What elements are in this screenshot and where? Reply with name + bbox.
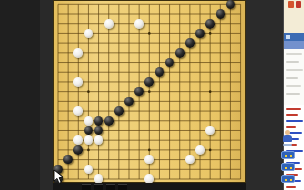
- black-stone[interactable]: [104, 116, 114, 126]
- white-stone[interactable]: [73, 77, 83, 87]
- white-stone[interactable]: [84, 116, 94, 126]
- left-gutter-strip: [40, 0, 53, 190]
- panel-title-bar[interactable]: [284, 33, 304, 41]
- black-stone[interactable]: [195, 29, 205, 39]
- panel-header-area: [284, 0, 304, 33]
- toolbar-button[interactable]: [82, 184, 91, 190]
- black-stone[interactable]: [155, 67, 165, 77]
- black-stone[interactable]: [216, 9, 226, 19]
- player-avatar[interactable]: [282, 130, 294, 148]
- toolbar-button[interactable]: [94, 184, 103, 190]
- toolbar-button[interactable]: [118, 184, 127, 190]
- right-window-sliver: [283, 0, 304, 190]
- black-stone[interactable]: [114, 106, 124, 116]
- panel-title-icon: [286, 35, 290, 39]
- list-text-line: [286, 53, 302, 55]
- black-stone[interactable]: [185, 38, 195, 48]
- black-stone[interactable]: [73, 145, 83, 155]
- chat-text-line: [286, 186, 296, 188]
- list-text-line: [286, 61, 299, 63]
- black-stone[interactable]: [144, 77, 154, 87]
- black-stone[interactable]: [94, 116, 104, 126]
- red-text-fragment: [288, 1, 294, 8]
- button-glyph: [290, 155, 292, 157]
- bottom-toolbar: [53, 183, 246, 190]
- button-glyph: [290, 167, 292, 169]
- blue-action-button[interactable]: [281, 175, 295, 183]
- white-stone[interactable]: [73, 106, 83, 116]
- go-board[interactable]: [53, 0, 246, 183]
- chat-text-line: [286, 126, 296, 128]
- white-stone[interactable]: [185, 155, 195, 165]
- app-window: [0, 0, 304, 190]
- blue-action-button[interactable]: [281, 151, 295, 159]
- avatar-body-icon: [283, 135, 292, 142]
- chat-text-line: [286, 120, 303, 122]
- list-text-line: [286, 77, 298, 79]
- white-stone[interactable]: [73, 48, 83, 58]
- button-glyph: [285, 155, 287, 157]
- white-stone[interactable]: [134, 19, 144, 29]
- player-list-area[interactable]: [284, 49, 304, 105]
- list-text-line: [286, 69, 303, 71]
- button-glyph: [285, 167, 287, 169]
- white-stone[interactable]: [195, 145, 205, 155]
- button-glyph: [290, 179, 292, 181]
- blue-action-button[interactable]: [281, 163, 295, 171]
- white-stone[interactable]: [205, 126, 215, 136]
- toolbar-button[interactable]: [106, 184, 115, 190]
- black-stone[interactable]: [175, 48, 185, 58]
- left-gutter-panel: [0, 0, 53, 190]
- white-stone[interactable]: [73, 135, 83, 145]
- chat-text-line: [286, 114, 298, 116]
- red-text-fragment: [296, 1, 301, 8]
- list-text-line: [286, 93, 300, 95]
- button-glyph: [285, 179, 287, 181]
- panel-tab-bar[interactable]: [284, 41, 304, 49]
- white-stone[interactable]: [104, 19, 114, 29]
- white-stone[interactable]: [84, 135, 94, 145]
- chat-text-line: [286, 108, 301, 110]
- player-name-tag: [283, 144, 292, 146]
- list-text-line: [286, 85, 301, 87]
- mouse-cursor-icon: [53, 170, 65, 185]
- black-stone[interactable]: [124, 97, 134, 107]
- black-stone[interactable]: [205, 19, 215, 29]
